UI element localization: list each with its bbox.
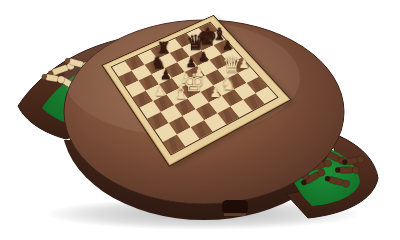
piece-glyph: ♟ — [209, 86, 221, 99]
drawer-notch-lip — [224, 213, 246, 216]
piece-glyph: ♟ — [222, 39, 233, 51]
drawer-notch — [222, 200, 248, 214]
stored-piece — [335, 166, 359, 173]
piece-glyph: ♟ — [154, 85, 166, 98]
chess-set-photo: ♜♞♛♚♝♟♟♟♟♟♟♟♝♚♛♟♟♞ — [0, 0, 400, 240]
piece-glyph: ♝ — [172, 84, 189, 103]
piece-glyph: ♞ — [220, 76, 235, 93]
piece-glyph: ♟ — [159, 68, 171, 81]
piece-glyph: ♟ — [197, 51, 208, 64]
